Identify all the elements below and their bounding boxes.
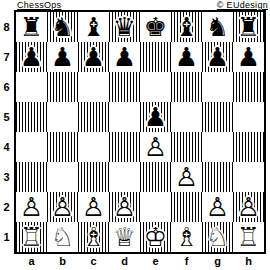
white-queen-piece: ♕ <box>109 222 140 252</box>
square-c7[interactable]: ♟♟ <box>78 42 109 72</box>
rank-label-2: 2 <box>0 192 13 222</box>
black-knight-fill: ♞ <box>47 12 78 42</box>
square-b7[interactable]: ♟♟ <box>47 42 78 72</box>
white-bishop-fill: ♝ <box>171 222 202 252</box>
black-pawn-piece: ♟ <box>16 42 47 72</box>
black-pawn-piece: ♟ <box>202 42 233 72</box>
file-label-g: g <box>202 255 233 267</box>
square-f3[interactable]: ♟♙ <box>171 162 202 192</box>
rank-label-6: 6 <box>0 72 13 102</box>
square-c6[interactable] <box>78 72 109 102</box>
square-b5[interactable] <box>47 102 78 132</box>
square-d8[interactable]: ♛♛ <box>109 12 140 42</box>
square-g6[interactable] <box>202 72 233 102</box>
rank-label-4: 4 <box>0 132 13 162</box>
square-d4[interactable] <box>109 132 140 162</box>
black-knight-fill: ♞ <box>202 12 233 42</box>
square-g4[interactable] <box>202 132 233 162</box>
square-f4[interactable] <box>171 132 202 162</box>
square-h5[interactable] <box>233 102 264 132</box>
white-pawn-fill: ♟ <box>47 192 78 222</box>
rank-label-1: 1 <box>0 222 13 252</box>
black-bishop-fill: ♝ <box>78 12 109 42</box>
square-d3[interactable] <box>109 162 140 192</box>
black-pawn-piece: ♟ <box>140 102 171 132</box>
square-b3[interactable] <box>47 162 78 192</box>
black-pawn-piece: ♟ <box>171 42 202 72</box>
square-b8[interactable]: ♞♞ <box>47 12 78 42</box>
white-pawn-piece: ♙ <box>233 192 264 222</box>
black-bishop-fill: ♝ <box>171 12 202 42</box>
square-a4[interactable] <box>16 132 47 162</box>
square-e3[interactable] <box>140 162 171 192</box>
black-pawn-piece: ♟ <box>78 42 109 72</box>
square-d1[interactable]: ♛♕ <box>109 222 140 252</box>
black-bishop-piece: ♝ <box>78 12 109 42</box>
black-rook-fill: ♜ <box>16 12 47 42</box>
white-bishop-piece: ♗ <box>78 222 109 252</box>
black-pawn-fill: ♟ <box>202 42 233 72</box>
white-queen-fill: ♛ <box>109 222 140 252</box>
white-pawn-fill: ♟ <box>202 192 233 222</box>
file-label-c: c <box>78 255 109 267</box>
black-rook-fill: ♜ <box>233 12 264 42</box>
square-g2[interactable]: ♟♙ <box>202 192 233 222</box>
file-label-a: a <box>16 255 47 267</box>
rank-label-5: 5 <box>0 102 13 132</box>
white-bishop-fill: ♝ <box>78 222 109 252</box>
black-knight-piece: ♞ <box>47 12 78 42</box>
white-rook-fill: ♜ <box>233 222 264 252</box>
white-knight-fill: ♞ <box>47 222 78 252</box>
square-b1[interactable]: ♞♘ <box>47 222 78 252</box>
black-pawn-fill: ♟ <box>233 42 264 72</box>
square-h7[interactable]: ♟♟ <box>233 42 264 72</box>
file-label-b: b <box>47 255 78 267</box>
square-d6[interactable] <box>109 72 140 102</box>
square-a7[interactable]: ♟♟ <box>16 42 47 72</box>
square-g1[interactable]: ♞♘ <box>202 222 233 252</box>
square-h8[interactable]: ♜♜ <box>233 12 264 42</box>
black-bishop-piece: ♝ <box>171 12 202 42</box>
black-knight-piece: ♞ <box>202 12 233 42</box>
square-d2[interactable]: ♟♙ <box>109 192 140 222</box>
square-a1[interactable]: ♜♖ <box>16 222 47 252</box>
white-pawn-fill: ♟ <box>16 192 47 222</box>
square-g3[interactable] <box>202 162 233 192</box>
square-g8[interactable]: ♞♞ <box>202 12 233 42</box>
file-label-h: h <box>233 255 264 267</box>
rank-label-8: 8 <box>0 12 13 42</box>
black-rook-piece: ♜ <box>16 12 47 42</box>
square-c5[interactable] <box>78 102 109 132</box>
square-f6[interactable] <box>171 72 202 102</box>
white-pawn-fill: ♟ <box>78 192 109 222</box>
eudesign-credit-link[interactable]: © EUdesign <box>217 0 268 10</box>
square-a6[interactable] <box>16 72 47 102</box>
white-pawn-piece: ♙ <box>109 192 140 222</box>
black-pawn-piece: ♟ <box>233 42 264 72</box>
black-queen-piece: ♛ <box>109 12 140 42</box>
black-pawn-piece: ♟ <box>47 42 78 72</box>
file-label-e: e <box>140 255 171 267</box>
chess-board[interactable]: ♜♜♞♞♝♝♛♛♚♚♝♝♞♞♜♜♟♟♟♟♟♟♟♟♟♟♟♟♟♟♟♟♟♙♟♙♟♙♟♙… <box>14 10 266 254</box>
black-pawn-fill: ♟ <box>16 42 47 72</box>
white-pawn-fill: ♟ <box>171 162 202 192</box>
white-pawn-fill: ♟ <box>233 192 264 222</box>
black-pawn-fill: ♟ <box>47 42 78 72</box>
chessops-title-link[interactable]: ChessOps <box>17 0 61 10</box>
white-pawn-piece: ♙ <box>202 192 233 222</box>
white-pawn-piece: ♙ <box>171 162 202 192</box>
square-e8[interactable]: ♚♚ <box>140 12 171 42</box>
square-d7[interactable]: ♟♟ <box>109 42 140 72</box>
white-king-fill: ♚ <box>140 222 171 252</box>
black-king-piece: ♚ <box>140 12 171 42</box>
white-rook-piece: ♖ <box>233 222 264 252</box>
white-pawn-piece: ♙ <box>16 192 47 222</box>
white-pawn-piece: ♙ <box>47 192 78 222</box>
black-rook-piece: ♜ <box>233 12 264 42</box>
square-e4[interactable]: ♟♙ <box>140 132 171 162</box>
square-a2[interactable]: ♟♙ <box>16 192 47 222</box>
square-b4[interactable] <box>47 132 78 162</box>
black-pawn-fill: ♟ <box>140 102 171 132</box>
square-d5[interactable] <box>109 102 140 132</box>
square-e7[interactable] <box>140 42 171 72</box>
white-pawn-piece: ♙ <box>140 132 171 162</box>
black-pawn-fill: ♟ <box>109 42 140 72</box>
black-pawn-fill: ♟ <box>171 42 202 72</box>
square-c8[interactable]: ♝♝ <box>78 12 109 42</box>
square-f7[interactable]: ♟♟ <box>171 42 202 72</box>
file-labels: abcdefgh <box>16 255 264 267</box>
white-knight-fill: ♞ <box>202 222 233 252</box>
square-c4[interactable] <box>78 132 109 162</box>
chessops-diagram-page: ChessOps © EUdesign 87654321 ♜♜♞♞♝♝♛♛♚♚♝… <box>0 0 270 270</box>
white-knight-piece: ♘ <box>47 222 78 252</box>
square-g5[interactable] <box>202 102 233 132</box>
square-h6[interactable] <box>233 72 264 102</box>
white-knight-piece: ♘ <box>202 222 233 252</box>
square-e2[interactable] <box>140 192 171 222</box>
rank-label-7: 7 <box>0 42 13 72</box>
white-rook-piece: ♖ <box>16 222 47 252</box>
square-f5[interactable] <box>171 102 202 132</box>
square-g7[interactable]: ♟♟ <box>202 42 233 72</box>
white-pawn-fill: ♟ <box>140 132 171 162</box>
white-king-piece: ♔ <box>140 222 171 252</box>
square-a3[interactable] <box>16 162 47 192</box>
white-rook-fill: ♜ <box>16 222 47 252</box>
black-king-fill: ♚ <box>140 12 171 42</box>
square-h4[interactable] <box>233 132 264 162</box>
square-c3[interactable] <box>78 162 109 192</box>
file-label-f: f <box>171 255 202 267</box>
square-c1[interactable]: ♝♗ <box>78 222 109 252</box>
square-b2[interactable]: ♟♙ <box>47 192 78 222</box>
black-pawn-fill: ♟ <box>78 42 109 72</box>
square-a8[interactable]: ♜♜ <box>16 12 47 42</box>
file-label-d: d <box>109 255 140 267</box>
square-a5[interactable] <box>16 102 47 132</box>
square-e6[interactable] <box>140 72 171 102</box>
square-e1[interactable]: ♚♔ <box>140 222 171 252</box>
white-bishop-piece: ♗ <box>171 222 202 252</box>
square-f8[interactable]: ♝♝ <box>171 12 202 42</box>
square-e5[interactable]: ♟♟ <box>140 102 171 132</box>
rank-label-3: 3 <box>0 162 13 192</box>
black-queen-fill: ♛ <box>109 12 140 42</box>
square-h3[interactable] <box>233 162 264 192</box>
square-f2[interactable] <box>171 192 202 222</box>
white-pawn-piece: ♙ <box>78 192 109 222</box>
white-pawn-fill: ♟ <box>109 192 140 222</box>
square-h1[interactable]: ♜♖ <box>233 222 264 252</box>
square-b6[interactable] <box>47 72 78 102</box>
square-c2[interactable]: ♟♙ <box>78 192 109 222</box>
rank-labels: 87654321 <box>0 12 13 252</box>
square-f1[interactable]: ♝♗ <box>171 222 202 252</box>
square-h2[interactable]: ♟♙ <box>233 192 264 222</box>
black-pawn-piece: ♟ <box>109 42 140 72</box>
